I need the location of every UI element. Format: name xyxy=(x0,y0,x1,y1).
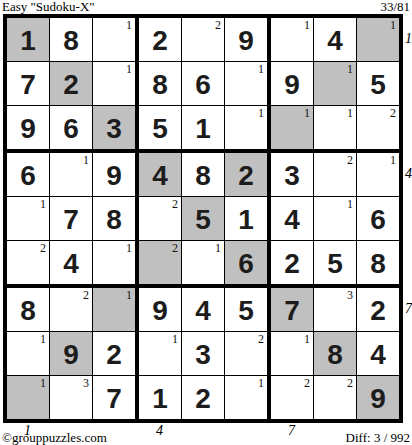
given-digit: 5 xyxy=(195,204,211,234)
corner-mark: 2 xyxy=(347,154,353,166)
corner-mark: 1 xyxy=(40,333,46,345)
given-digit: 9 xyxy=(63,339,79,369)
cell-r8c1[interactable]: 1 xyxy=(7,332,50,376)
given-digit: 4 xyxy=(152,160,168,190)
cell-counter: 33/81 xyxy=(380,0,410,14)
cell-r9c5[interactable]: 2 xyxy=(182,376,225,419)
cell-r3c6[interactable]: 1 xyxy=(225,106,271,153)
cell-r7c9[interactable]: 2 xyxy=(357,288,399,332)
corner-mark: 1 xyxy=(126,63,132,75)
cell-r1c6[interactable]: 9 xyxy=(225,18,271,62)
cell-r7c8[interactable]: 3 xyxy=(314,288,357,332)
corner-mark: 1 xyxy=(390,154,396,166)
cell-r4c6[interactable]: 2 xyxy=(225,153,271,197)
cell-r7c7[interactable]: 7 xyxy=(271,288,314,332)
corner-mark: 1 xyxy=(347,107,353,119)
corner-mark: 1 xyxy=(40,198,46,210)
cell-r5c9[interactable]: 6 xyxy=(357,197,399,241)
given-digit: 9 xyxy=(370,383,386,413)
given-digit: 8 xyxy=(152,69,168,99)
row-label-7: 7 xyxy=(405,302,412,316)
cell-r3c2[interactable]: 6 xyxy=(50,106,93,153)
corner-mark: 1 xyxy=(304,107,310,119)
cell-r9c7[interactable]: 2 xyxy=(271,376,314,419)
given-digit: 8 xyxy=(327,339,343,369)
corner-mark: 2 xyxy=(40,242,46,254)
cell-r4c8[interactable]: 2 xyxy=(314,153,357,197)
given-digit: 4 xyxy=(370,339,386,369)
corner-mark: 1 xyxy=(126,289,132,301)
cell-r1c8[interactable]: 4 xyxy=(314,18,357,62)
cell-r8c4[interactable]: 1 xyxy=(139,332,182,376)
cell-r3c9[interactable]: 2 xyxy=(357,106,399,153)
cell-r7c4[interactable]: 9 xyxy=(139,288,182,332)
cell-r9c9[interactable]: 9 xyxy=(357,376,399,419)
cell-r8c3[interactable]: 2 xyxy=(93,332,139,376)
given-digit: 5 xyxy=(152,113,168,143)
cell-r3c1[interactable]: 9 xyxy=(7,106,50,153)
cell-r2c4[interactable]: 8 xyxy=(139,62,182,106)
cell-r9c1[interactable]: 1 xyxy=(7,376,50,419)
cell-r6c9[interactable]: 8 xyxy=(357,241,399,288)
given-digit: 6 xyxy=(195,69,211,99)
cell-r8c2[interactable]: 9 xyxy=(50,332,93,376)
given-digit: 1 xyxy=(152,383,168,413)
cell-r9c3[interactable]: 7 xyxy=(93,376,139,419)
puzzle-page: Easy "Sudoku-X" 33/81 181229141721861915… xyxy=(0,0,412,445)
footer: ©grouppuzzles.com Diff: 3 / 992 xyxy=(2,430,410,445)
given-digit: 8 xyxy=(195,160,211,190)
cell-r5c5[interactable]: 5 xyxy=(182,197,225,241)
cell-r5c3[interactable]: 8 xyxy=(93,197,139,241)
given-digit: 6 xyxy=(63,113,79,143)
given-digit: 9 xyxy=(106,160,122,190)
cell-r3c5[interactable]: 1 xyxy=(182,106,225,153)
cell-r7c2[interactable]: 2 xyxy=(50,288,93,332)
given-digit: 9 xyxy=(20,113,36,143)
given-digit: 9 xyxy=(284,69,300,99)
cell-r2c2[interactable]: 2 xyxy=(50,62,93,106)
corner-mark: 1 xyxy=(83,154,89,166)
cell-r7c1[interactable]: 8 xyxy=(7,288,50,332)
given-digit: 4 xyxy=(284,204,300,234)
given-digit: 8 xyxy=(63,25,79,55)
given-digit: 6 xyxy=(20,160,36,190)
cell-r9c2[interactable]: 3 xyxy=(50,376,93,419)
cell-r4c5[interactable]: 8 xyxy=(182,153,225,197)
row-label-1: 1 xyxy=(405,32,412,46)
cell-r5c1[interactable]: 1 xyxy=(7,197,50,241)
cell-r4c1[interactable]: 6 xyxy=(7,153,50,197)
given-digit: 1 xyxy=(20,25,36,55)
cell-r2c1[interactable]: 7 xyxy=(7,62,50,106)
cell-r8c5[interactable]: 3 xyxy=(182,332,225,376)
corner-mark: 2 xyxy=(83,289,89,301)
corner-mark: 1 xyxy=(215,242,221,254)
given-digit: 9 xyxy=(152,295,168,325)
given-digit: 1 xyxy=(195,113,211,143)
given-digit: 2 xyxy=(370,295,386,325)
corner-mark: 1 xyxy=(126,19,132,31)
given-digit: 4 xyxy=(63,248,79,278)
corner-mark: 2 xyxy=(390,107,396,119)
cell-r1c2[interactable]: 8 xyxy=(50,18,93,62)
corner-mark: 2 xyxy=(172,198,178,210)
corner-mark: 1 xyxy=(304,19,310,31)
sudoku-board: 1812291417218619159635111126194823211782… xyxy=(3,14,403,423)
cell-r8c8[interactable]: 8 xyxy=(314,332,357,376)
cell-r5c6[interactable]: 1 xyxy=(225,197,271,241)
cell-r5c7[interactable]: 4 xyxy=(271,197,314,241)
cell-r6c1[interactable]: 2 xyxy=(7,241,50,288)
cell-r4c4[interactable]: 4 xyxy=(139,153,182,197)
cell-r2c3[interactable]: 1 xyxy=(93,62,139,106)
corner-mark: 2 xyxy=(304,377,310,389)
cell-r4c2[interactable]: 1 xyxy=(50,153,93,197)
corner-mark: 1 xyxy=(40,377,46,389)
cell-r7c5[interactable]: 4 xyxy=(182,288,225,332)
cell-r7c3[interactable]: 1 xyxy=(93,288,139,332)
given-digit: 7 xyxy=(63,204,79,234)
cell-r9c4[interactable]: 1 xyxy=(139,376,182,419)
cell-r4c9[interactable]: 1 xyxy=(357,153,399,197)
row-label-4: 4 xyxy=(405,167,412,181)
cell-r5c2[interactable]: 7 xyxy=(50,197,93,241)
cell-r6c8[interactable]: 5 xyxy=(314,241,357,288)
cell-r3c8[interactable]: 1 xyxy=(314,106,357,153)
cell-r2c8[interactable]: 1 xyxy=(314,62,357,106)
given-digit: 2 xyxy=(238,160,254,190)
given-digit: 6 xyxy=(238,248,254,278)
given-digit: 4 xyxy=(195,295,211,325)
cell-r6c7[interactable]: 2 xyxy=(271,241,314,288)
given-digit: 2 xyxy=(63,69,79,99)
cell-r6c6[interactable]: 6 xyxy=(225,241,271,288)
corner-mark: 2 xyxy=(347,377,353,389)
cell-r1c9[interactable]: 1 xyxy=(357,18,399,62)
cell-r1c7[interactable]: 1 xyxy=(271,18,314,62)
corner-mark: 1 xyxy=(172,333,178,345)
cell-r3c7[interactable]: 1 xyxy=(271,106,314,153)
given-digit: 2 xyxy=(152,25,168,55)
corner-mark: 1 xyxy=(126,242,132,254)
given-digit: 5 xyxy=(327,248,343,278)
corner-mark: 2 xyxy=(258,333,264,345)
given-digit: 8 xyxy=(370,248,386,278)
given-digit: 5 xyxy=(370,69,386,99)
cell-r3c3[interactable]: 3 xyxy=(93,106,139,153)
given-digit: 8 xyxy=(20,295,36,325)
cell-r3c4[interactable]: 5 xyxy=(139,106,182,153)
cell-r1c4[interactable]: 2 xyxy=(139,18,182,62)
given-digit: 7 xyxy=(284,295,300,325)
corner-mark: 2 xyxy=(215,19,221,31)
corner-mark: 1 xyxy=(258,377,264,389)
given-digit: 4 xyxy=(327,25,343,55)
cell-r1c5[interactable]: 2 xyxy=(182,18,225,62)
corner-mark: 1 xyxy=(347,198,353,210)
corner-mark: 1 xyxy=(258,107,264,119)
cell-r4c7[interactable]: 3 xyxy=(271,153,314,197)
puzzle-title: Easy "Sudoku-X" xyxy=(2,0,95,14)
given-digit: 7 xyxy=(106,383,122,413)
given-digit: 3 xyxy=(195,339,211,369)
corner-mark: 3 xyxy=(347,289,353,301)
corner-mark: 2 xyxy=(172,242,178,254)
cell-r9c6[interactable]: 1 xyxy=(225,376,271,419)
cell-r8c6[interactable]: 2 xyxy=(225,332,271,376)
given-digit: 8 xyxy=(106,204,122,234)
given-digit: 9 xyxy=(238,25,254,55)
copyright-text: ©grouppuzzles.com xyxy=(2,430,107,445)
given-digit: 2 xyxy=(284,248,300,278)
cell-r4c3[interactable]: 9 xyxy=(93,153,139,197)
cell-r1c3[interactable]: 1 xyxy=(93,18,139,62)
cell-r5c4[interactable]: 2 xyxy=(139,197,182,241)
cell-r1c1[interactable]: 1 xyxy=(7,18,50,62)
cell-r2c6[interactable]: 1 xyxy=(225,62,271,106)
given-digit: 3 xyxy=(284,160,300,190)
corner-mark: 1 xyxy=(258,63,264,75)
header: Easy "Sudoku-X" 33/81 xyxy=(2,0,410,14)
corner-mark: 1 xyxy=(304,333,310,345)
cell-r6c2[interactable]: 4 xyxy=(50,241,93,288)
cell-r6c4[interactable]: 2 xyxy=(139,241,182,288)
cell-r7c6[interactable]: 5 xyxy=(225,288,271,332)
cell-r9c8[interactable]: 2 xyxy=(314,376,357,419)
cell-r2c5[interactable]: 6 xyxy=(182,62,225,106)
cell-r6c3[interactable]: 1 xyxy=(93,241,139,288)
given-digit: 2 xyxy=(106,339,122,369)
cell-r6c5[interactable]: 1 xyxy=(182,241,225,288)
corner-mark: 1 xyxy=(390,19,396,31)
given-digit: 1 xyxy=(238,204,254,234)
given-digit: 5 xyxy=(238,295,254,325)
cell-r2c9[interactable]: 5 xyxy=(357,62,399,106)
cell-r8c9[interactable]: 4 xyxy=(357,332,399,376)
cell-r2c7[interactable]: 9 xyxy=(271,62,314,106)
corner-mark: 1 xyxy=(347,63,353,75)
given-digit: 6 xyxy=(370,204,386,234)
difficulty-text: Diff: 3 / 992 xyxy=(346,430,410,445)
given-digit: 2 xyxy=(195,383,211,413)
given-digit: 7 xyxy=(20,69,36,99)
given-digit: 3 xyxy=(106,113,122,143)
corner-mark: 3 xyxy=(83,377,89,389)
cell-r8c7[interactable]: 1 xyxy=(271,332,314,376)
cell-r5c8[interactable]: 1 xyxy=(314,197,357,241)
